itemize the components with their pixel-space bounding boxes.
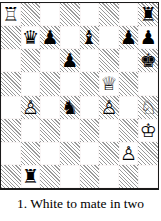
white-rook-a8: ♖ xyxy=(2,5,19,24)
square-c5 xyxy=(40,72,60,95)
square-b5 xyxy=(21,72,41,95)
white-knight-h4: ♘ xyxy=(140,98,157,117)
square-e8 xyxy=(80,3,100,26)
black-pawn-d6: ♟ xyxy=(61,51,78,70)
square-c4 xyxy=(40,96,60,119)
black-rook-h8: ♜ xyxy=(140,5,157,24)
square-d5 xyxy=(60,72,80,95)
square-f7 xyxy=(99,26,119,49)
square-g4 xyxy=(119,96,139,119)
white-pawn-b4: ♙ xyxy=(22,98,39,117)
white-king-h3: ♔ xyxy=(140,121,157,140)
square-b4: ♙ xyxy=(21,96,41,119)
square-d6: ♟ xyxy=(60,49,80,72)
chess-puzzle-diagram: ♖♜♛♟♝♟♟♟♚♕♙♞♙♘♔♙♜ 1. White to mate in tw… xyxy=(0,0,161,221)
square-h7: ♟ xyxy=(138,26,158,49)
white-pawn-g2: ♙ xyxy=(120,144,137,163)
square-b8 xyxy=(21,3,41,26)
square-e6 xyxy=(80,49,100,72)
square-h8: ♜ xyxy=(138,3,158,26)
square-e3 xyxy=(80,119,100,142)
square-c2 xyxy=(40,142,60,165)
white-queen-f5: ♕ xyxy=(100,74,117,93)
square-g5 xyxy=(119,72,139,95)
black-knight-d4: ♞ xyxy=(61,98,78,117)
square-a7 xyxy=(1,26,21,49)
square-h5 xyxy=(138,72,158,95)
white-pawn-f4: ♙ xyxy=(100,98,117,117)
square-d1 xyxy=(60,165,80,188)
square-a2 xyxy=(1,142,21,165)
square-e2 xyxy=(80,142,100,165)
square-a3 xyxy=(1,119,21,142)
square-c3 xyxy=(40,119,60,142)
square-a4 xyxy=(1,96,21,119)
square-h1 xyxy=(138,165,158,188)
square-f6 xyxy=(99,49,119,72)
square-h2 xyxy=(138,142,158,165)
square-b1: ♜ xyxy=(21,165,41,188)
square-h3: ♔ xyxy=(138,119,158,142)
square-g7: ♟ xyxy=(119,26,139,49)
square-g6 xyxy=(119,49,139,72)
square-d4: ♞ xyxy=(60,96,80,119)
black-rook-b1: ♜ xyxy=(22,167,39,186)
square-a1 xyxy=(1,165,21,188)
square-g2: ♙ xyxy=(119,142,139,165)
square-g3 xyxy=(119,119,139,142)
square-b2 xyxy=(21,142,41,165)
chess-board: ♖♜♛♟♝♟♟♟♚♕♙♞♙♘♔♙♜ xyxy=(0,2,159,190)
square-d8 xyxy=(60,3,80,26)
square-e7: ♝ xyxy=(80,26,100,49)
black-pawn-h7: ♟ xyxy=(140,28,157,47)
square-e5 xyxy=(80,72,100,95)
square-a5 xyxy=(1,72,21,95)
square-c6 xyxy=(40,49,60,72)
square-e1 xyxy=(80,165,100,188)
square-d2 xyxy=(60,142,80,165)
square-d7 xyxy=(60,26,80,49)
square-a8: ♖ xyxy=(1,3,21,26)
black-pawn-g7: ♟ xyxy=(120,28,137,47)
square-b7: ♛ xyxy=(21,26,41,49)
square-c7: ♟ xyxy=(40,26,60,49)
square-g1 xyxy=(119,165,139,188)
square-c1 xyxy=(40,165,60,188)
black-pawn-c7: ♟ xyxy=(42,28,59,47)
square-b3 xyxy=(21,119,41,142)
black-bishop-e7: ♝ xyxy=(81,28,98,47)
puzzle-caption: 1. White to mate in two xyxy=(0,196,161,212)
square-f5: ♕ xyxy=(99,72,119,95)
square-d3 xyxy=(60,119,80,142)
black-queen-b7: ♛ xyxy=(22,28,39,47)
square-c8 xyxy=(40,3,60,26)
square-f4: ♙ xyxy=(99,96,119,119)
square-a6 xyxy=(1,49,21,72)
square-f2 xyxy=(99,142,119,165)
square-h6: ♚ xyxy=(138,49,158,72)
square-g8 xyxy=(119,3,139,26)
square-e4 xyxy=(80,96,100,119)
black-king-h6: ♚ xyxy=(140,51,157,70)
square-f8 xyxy=(99,3,119,26)
square-f3 xyxy=(99,119,119,142)
square-f1 xyxy=(99,165,119,188)
square-b6 xyxy=(21,49,41,72)
square-h4: ♘ xyxy=(138,96,158,119)
